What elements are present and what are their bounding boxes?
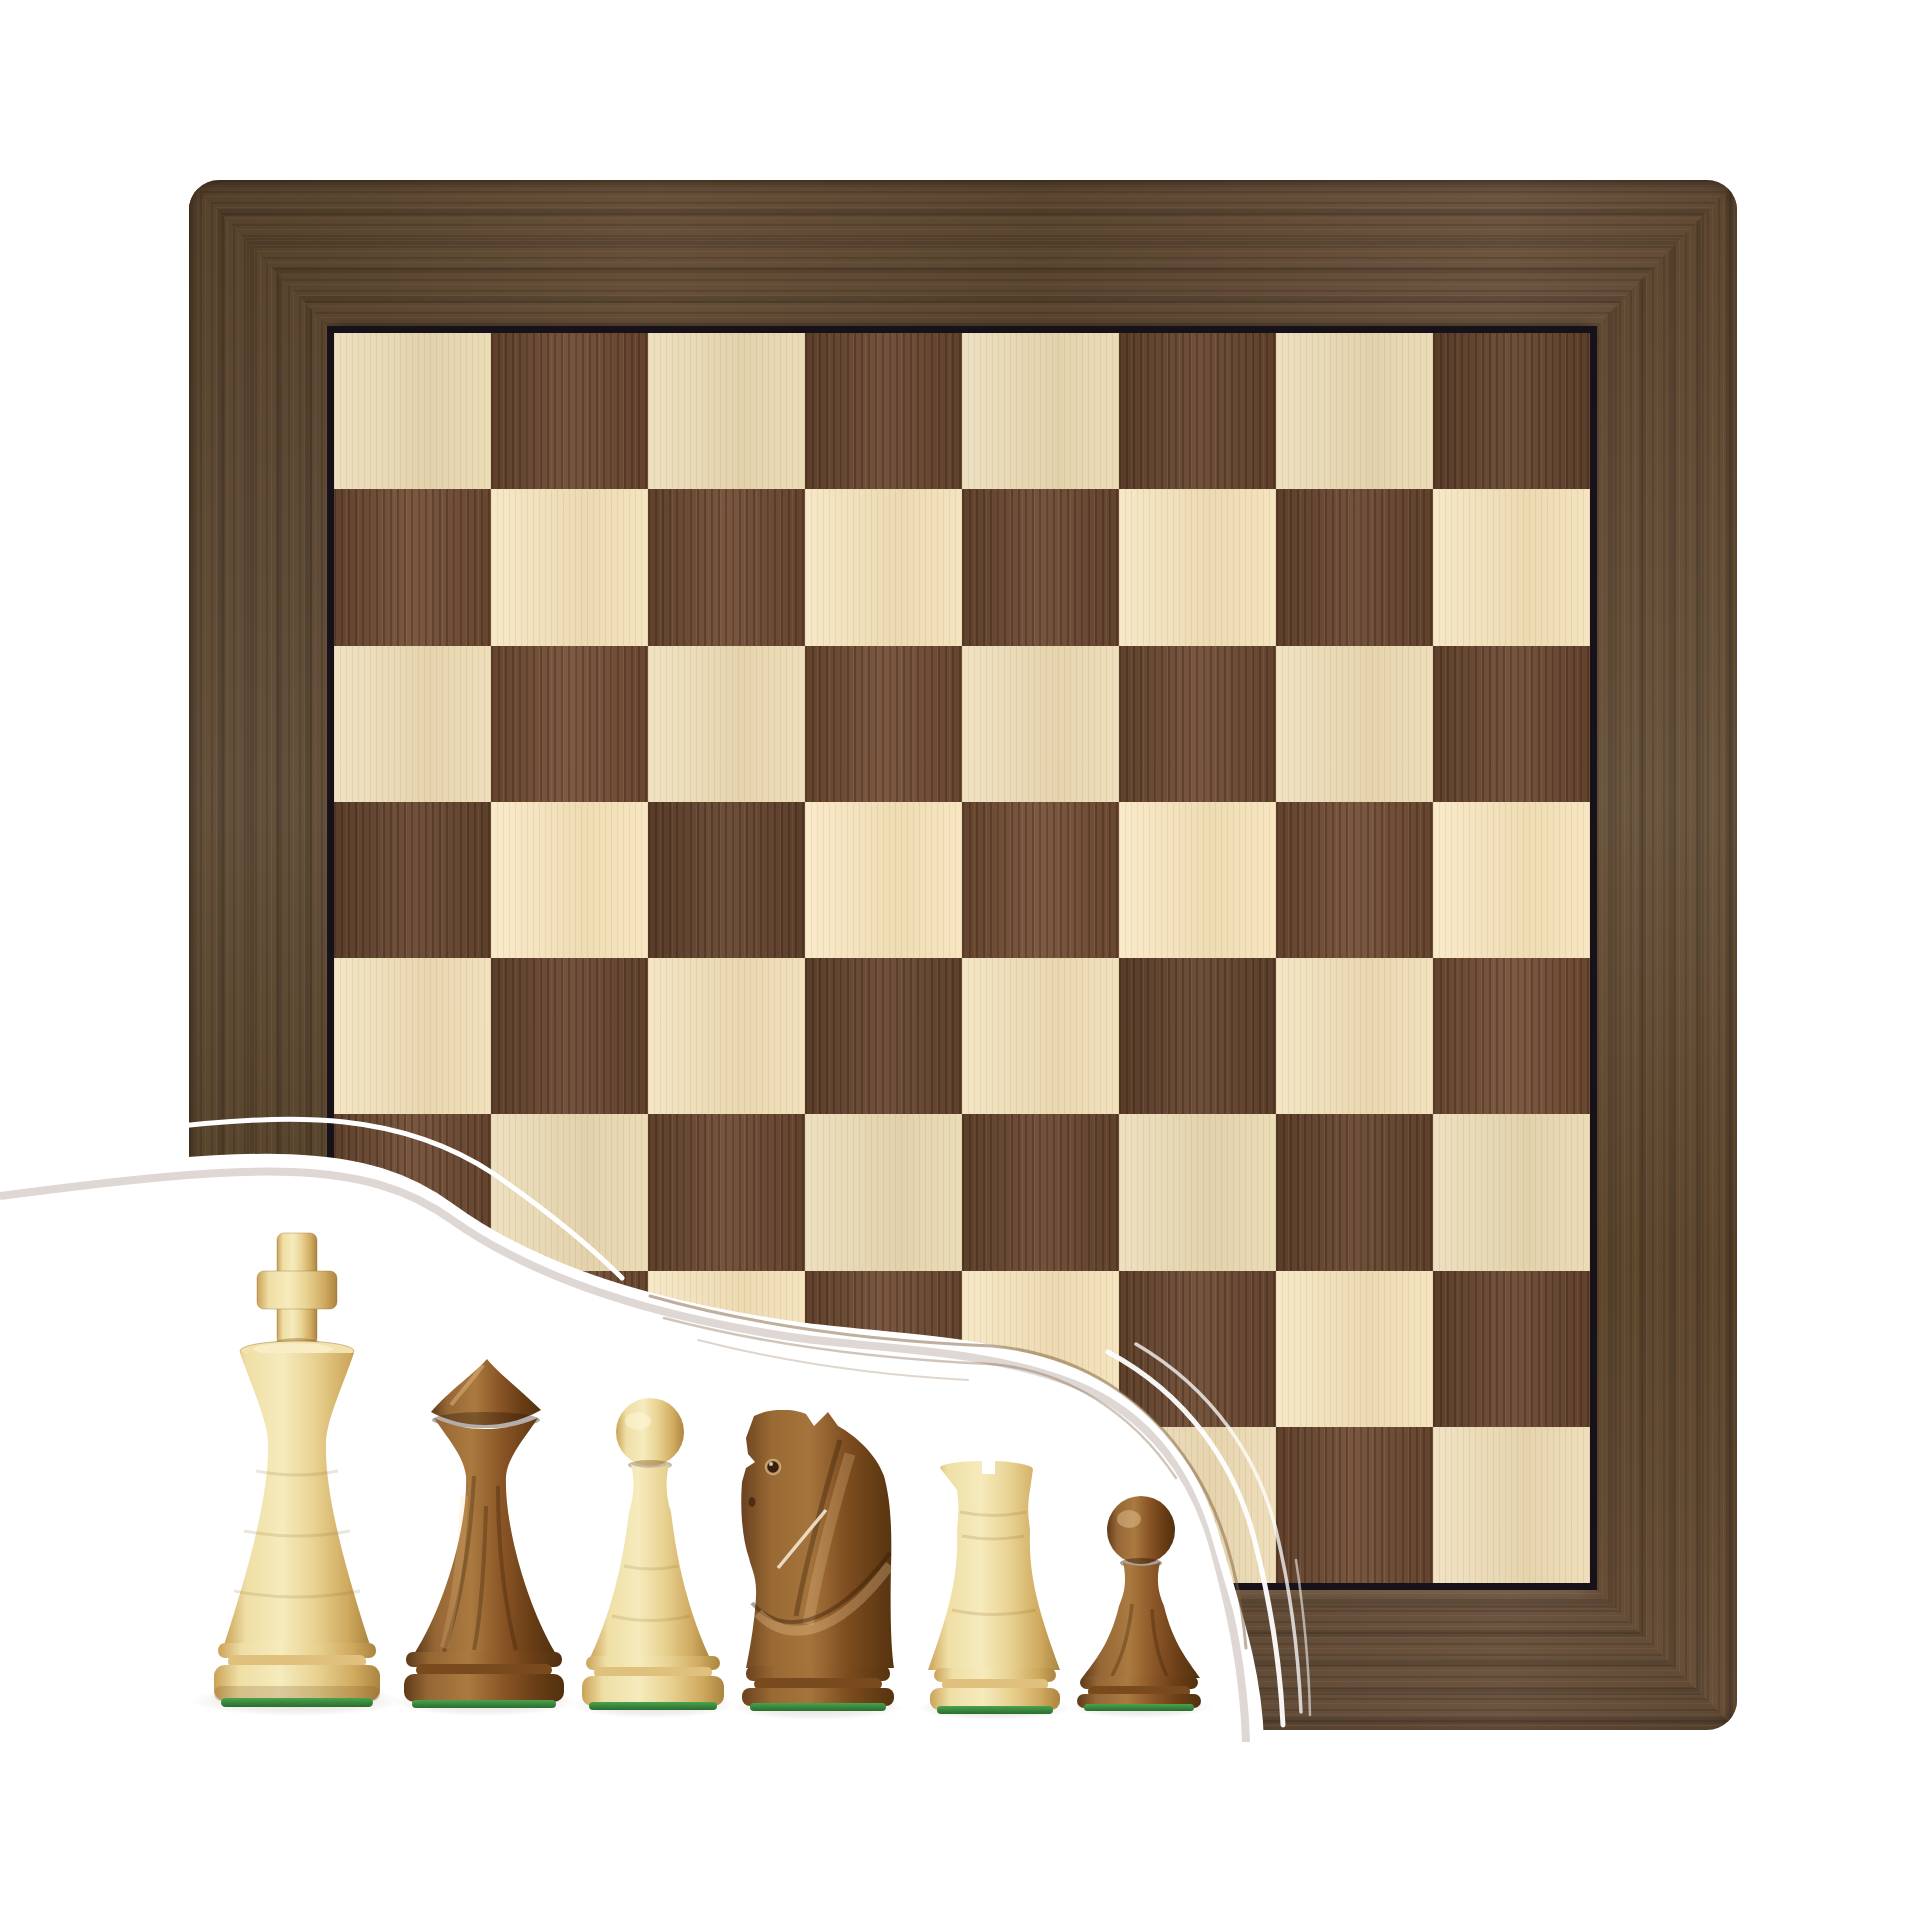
square-g5 [1276, 802, 1433, 958]
square-e5 [962, 802, 1119, 958]
square-d4 [805, 958, 962, 1114]
felt-base [1084, 1704, 1194, 1711]
square-f3 [1119, 1114, 1276, 1270]
square-c4 [648, 958, 805, 1114]
square-d2 [805, 1271, 962, 1427]
felt-base [221, 1698, 373, 1707]
square-a5 [334, 802, 491, 958]
square-d8 [805, 333, 962, 489]
square-h2 [1433, 1271, 1590, 1427]
square-e3 [962, 1114, 1119, 1270]
felt-base [412, 1700, 556, 1708]
square-d5 [805, 802, 962, 958]
square-d3 [805, 1114, 962, 1270]
square-a8 [334, 333, 491, 489]
square-b5 [491, 802, 648, 958]
square-c6 [648, 646, 805, 802]
felt-base [937, 1706, 1053, 1714]
square-b4 [491, 958, 648, 1114]
square-g3 [1276, 1114, 1433, 1270]
square-e8 [962, 333, 1119, 489]
square-e7 [962, 489, 1119, 645]
square-c5 [648, 802, 805, 958]
square-c8 [648, 333, 805, 489]
square-b3 [491, 1114, 648, 1270]
felt-base [750, 1703, 886, 1711]
sample-piece-black-pawn [1074, 1494, 1204, 1712]
square-g8 [1276, 333, 1433, 489]
square-h3 [1433, 1114, 1590, 1270]
square-f4 [1119, 958, 1276, 1114]
sample-piece-white-bishop [580, 1396, 727, 1712]
square-e2 [962, 1271, 1119, 1427]
square-f8 [1119, 333, 1276, 489]
square-c7 [648, 489, 805, 645]
sample-piece-black-knight [740, 1410, 895, 1713]
square-b7 [491, 489, 648, 645]
square-h4 [1433, 958, 1590, 1114]
square-h7 [1433, 489, 1590, 645]
square-f6 [1119, 646, 1276, 802]
square-a6 [334, 646, 491, 802]
square-g4 [1276, 958, 1433, 1114]
sample-piece-black-queen [404, 1356, 564, 1709]
square-h8 [1433, 333, 1590, 489]
square-b6 [491, 646, 648, 802]
square-g1 [1276, 1427, 1433, 1583]
square-a7 [334, 489, 491, 645]
square-d7 [805, 489, 962, 645]
sample-piece-white-rook [926, 1460, 1064, 1714]
square-g7 [1276, 489, 1433, 645]
square-f5 [1119, 802, 1276, 958]
rook-turret-icon [928, 1461, 1060, 1670]
square-f7 [1119, 489, 1276, 645]
product-photo-stage [0, 0, 1920, 1920]
sample-piece-white-king [204, 1231, 390, 1709]
king-cross-icon [257, 1233, 337, 1345]
bishop-ball-icon [616, 1398, 684, 1466]
felt-base [589, 1702, 717, 1710]
square-e4 [962, 958, 1119, 1114]
square-e6 [962, 646, 1119, 802]
square-g6 [1276, 646, 1433, 802]
square-h5 [1433, 802, 1590, 958]
square-f2 [1119, 1271, 1276, 1427]
square-a4 [334, 958, 491, 1114]
pawn-ball-icon [1107, 1496, 1175, 1564]
square-g2 [1276, 1271, 1433, 1427]
square-h1 [1433, 1427, 1590, 1583]
square-h6 [1433, 646, 1590, 802]
square-d6 [805, 646, 962, 802]
square-c3 [648, 1114, 805, 1270]
square-b8 [491, 333, 648, 489]
